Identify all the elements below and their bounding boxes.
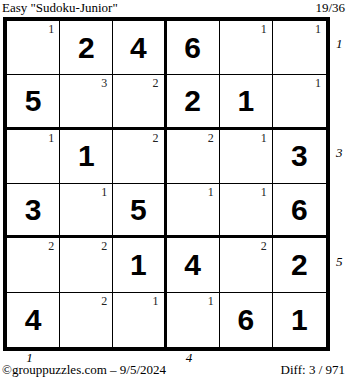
- cell-r2c4[interactable]: 2: [167, 75, 220, 129]
- cell-r6c2[interactable]: 2: [60, 293, 113, 347]
- cell-r5c2[interactable]: 2: [60, 238, 113, 292]
- cell-r4c4[interactable]: 1: [167, 184, 220, 238]
- cell-r5c6[interactable]: 2: [273, 238, 326, 292]
- cell-r6c5[interactable]: 6: [220, 293, 273, 347]
- pencil-mark: 2: [101, 239, 107, 253]
- cell-r6c4[interactable]: 1: [167, 293, 220, 347]
- pencil-mark: 1: [261, 185, 267, 199]
- given-digit: 4: [130, 33, 147, 63]
- pencil-mark: 1: [261, 22, 267, 36]
- cell-r2c5[interactable]: 1: [220, 75, 273, 129]
- cell-r2c1[interactable]: 5: [7, 75, 60, 129]
- given-digit: 2: [78, 33, 95, 63]
- cell-r2c3[interactable]: 2: [113, 75, 166, 129]
- pencil-mark: 1: [48, 131, 54, 145]
- given-digit: 5: [130, 195, 147, 225]
- given-digit: 2: [291, 250, 308, 280]
- cell-r5c5[interactable]: 2: [220, 238, 273, 292]
- row-label-3: 3: [336, 145, 343, 158]
- cell-r1c2[interactable]: 2: [60, 21, 113, 75]
- page-title: Easy "Sudoku-Junior": [2, 0, 118, 15]
- sudoku-board: 124611532211112213315116221422421161: [3, 17, 330, 351]
- cell-r5c1[interactable]: 2: [7, 238, 60, 292]
- given-digit: 6: [291, 195, 308, 225]
- given-digit: 3: [291, 141, 308, 171]
- cell-r1c5[interactable]: 1: [220, 21, 273, 75]
- cell-r3c4[interactable]: 2: [167, 130, 220, 184]
- pencil-mark: 1: [315, 22, 321, 36]
- pencil-mark: 2: [153, 131, 159, 145]
- given-digit: 3: [25, 195, 42, 225]
- cell-r3c3[interactable]: 2: [113, 130, 166, 184]
- cell-r5c3[interactable]: 1: [113, 238, 166, 292]
- given-digit: 6: [237, 305, 254, 335]
- pencil-mark: 2: [208, 131, 214, 145]
- pencil-mark: 1: [101, 185, 107, 199]
- cell-r1c4[interactable]: 6: [167, 21, 220, 75]
- cell-r2c2[interactable]: 3: [60, 75, 113, 129]
- given-digit: 1: [78, 141, 95, 171]
- col-label-4: 4: [186, 351, 193, 364]
- cell-r1c6[interactable]: 1: [273, 21, 326, 75]
- cell-r5c4[interactable]: 4: [167, 238, 220, 292]
- cell-r3c1[interactable]: 1: [7, 130, 60, 184]
- row-label-5: 5: [336, 254, 343, 267]
- cell-r4c6[interactable]: 6: [273, 184, 326, 238]
- col-label-1: 1: [26, 351, 33, 364]
- pencil-mark: 2: [101, 294, 107, 308]
- puzzle-counter: 19/36: [315, 0, 345, 15]
- pencil-mark: 1: [153, 294, 159, 308]
- pencil-mark: 2: [153, 76, 159, 90]
- given-digit: 2: [184, 86, 201, 116]
- cell-r4c5[interactable]: 1: [220, 184, 273, 238]
- given-digit: 5: [25, 86, 42, 116]
- cell-r1c3[interactable]: 4: [113, 21, 166, 75]
- given-digit: 1: [130, 250, 147, 280]
- cell-r4c3[interactable]: 5: [113, 184, 166, 238]
- cell-r2c6[interactable]: 1: [273, 75, 326, 129]
- given-digit: 6: [184, 33, 201, 63]
- given-digit: 4: [25, 305, 42, 335]
- row-label-1: 1: [336, 37, 343, 50]
- pencil-mark: 1: [208, 185, 214, 199]
- cell-r3c2[interactable]: 1: [60, 130, 113, 184]
- cell-r6c1[interactable]: 4: [7, 293, 60, 347]
- cell-r6c6[interactable]: 1: [273, 293, 326, 347]
- cell-r3c6[interactable]: 3: [273, 130, 326, 184]
- pencil-mark: 2: [48, 239, 54, 253]
- difficulty-text: Diff: 3 / 971: [281, 362, 345, 377]
- cell-r6c3[interactable]: 1: [113, 293, 166, 347]
- header: Easy "Sudoku-Junior" 19/36: [2, 0, 345, 15]
- pencil-mark: 3: [101, 76, 107, 90]
- given-digit: 4: [184, 250, 201, 280]
- cell-r4c1[interactable]: 3: [7, 184, 60, 238]
- pencil-mark: 1: [261, 131, 267, 145]
- pencil-mark: 1: [208, 294, 214, 308]
- pencil-mark: 1: [48, 22, 54, 36]
- cell-r3c5[interactable]: 1: [220, 130, 273, 184]
- given-digit: 1: [237, 86, 254, 116]
- cell-r4c2[interactable]: 1: [60, 184, 113, 238]
- cell-r1c1[interactable]: 1: [7, 21, 60, 75]
- pencil-mark: 1: [315, 76, 321, 90]
- footer: ©grouppuzzles.com – 9/5/2024 Diff: 3 / 9…: [2, 362, 345, 377]
- given-digit: 1: [291, 305, 308, 335]
- pencil-mark: 2: [261, 239, 267, 253]
